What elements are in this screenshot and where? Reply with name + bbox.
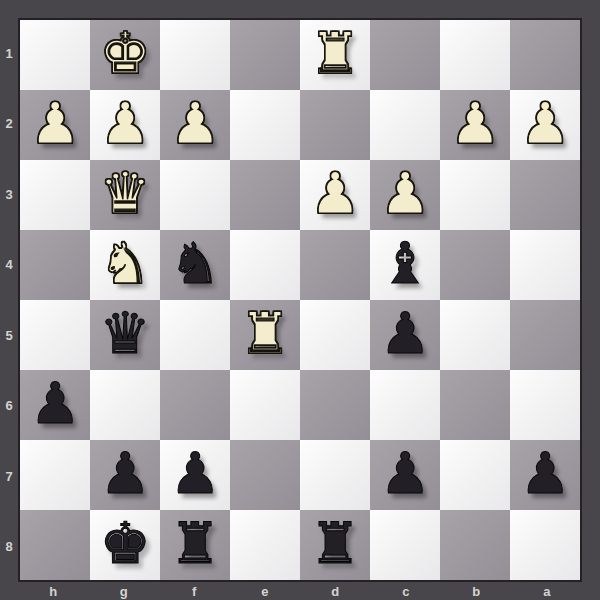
square-e2[interactable] <box>230 90 300 160</box>
square-d5[interactable] <box>300 300 370 370</box>
rank-label-3: 3 <box>0 159 18 230</box>
square-c8[interactable] <box>370 510 440 580</box>
rank-label-8: 8 <box>0 512 18 583</box>
square-h1[interactable] <box>20 20 90 90</box>
square-h5[interactable] <box>20 300 90 370</box>
square-g5[interactable]: ♛ <box>90 300 160 370</box>
square-a2[interactable]: ♟ <box>510 90 580 160</box>
white-pawn[interactable]: ♟ <box>519 95 570 152</box>
square-f3[interactable] <box>160 160 230 230</box>
square-d8[interactable]: ♜ <box>300 510 370 580</box>
square-d7[interactable] <box>300 440 370 510</box>
square-e7[interactable] <box>230 440 300 510</box>
square-g2[interactable]: ♟ <box>90 90 160 160</box>
file-label-g: g <box>89 582 160 600</box>
file-labels: hgfedcba <box>18 582 582 600</box>
black-queen[interactable]: ♛ <box>99 305 150 362</box>
square-h4[interactable] <box>20 230 90 300</box>
square-b6[interactable] <box>440 370 510 440</box>
square-c3[interactable]: ♟ <box>370 160 440 230</box>
square-c4[interactable]: ♝ <box>370 230 440 300</box>
square-c6[interactable] <box>370 370 440 440</box>
white-rook[interactable]: ♜ <box>309 25 360 82</box>
white-pawn[interactable]: ♟ <box>449 95 500 152</box>
rank-label-7: 7 <box>0 441 18 512</box>
rank-label-5: 5 <box>0 300 18 371</box>
white-rook[interactable]: ♜ <box>239 305 290 362</box>
square-a3[interactable] <box>510 160 580 230</box>
file-label-f: f <box>159 582 230 600</box>
file-label-b: b <box>441 582 512 600</box>
square-c7[interactable]: ♟ <box>370 440 440 510</box>
chess-board: ♚♜♟♟♟♟♟♛♟♟♞♞♝♛♜♟♟♟♟♟♟♚♜♜ <box>18 18 582 582</box>
square-f2[interactable]: ♟ <box>160 90 230 160</box>
square-a5[interactable] <box>510 300 580 370</box>
file-label-c: c <box>371 582 442 600</box>
square-a7[interactable]: ♟ <box>510 440 580 510</box>
white-queen[interactable]: ♛ <box>99 165 150 222</box>
rank-label-1: 1 <box>0 18 18 89</box>
square-d6[interactable] <box>300 370 370 440</box>
square-b2[interactable]: ♟ <box>440 90 510 160</box>
square-b4[interactable] <box>440 230 510 300</box>
square-f6[interactable] <box>160 370 230 440</box>
file-label-a: a <box>512 582 583 600</box>
square-f4[interactable]: ♞ <box>160 230 230 300</box>
square-b3[interactable] <box>440 160 510 230</box>
square-d2[interactable] <box>300 90 370 160</box>
square-g3[interactable]: ♛ <box>90 160 160 230</box>
square-h7[interactable] <box>20 440 90 510</box>
square-f8[interactable]: ♜ <box>160 510 230 580</box>
rank-labels: 12345678 <box>0 18 18 582</box>
black-rook[interactable]: ♜ <box>309 515 360 572</box>
square-b1[interactable] <box>440 20 510 90</box>
square-e5[interactable]: ♜ <box>230 300 300 370</box>
square-e1[interactable] <box>230 20 300 90</box>
black-knight[interactable]: ♞ <box>169 235 220 292</box>
white-pawn[interactable]: ♟ <box>379 165 430 222</box>
chess-board-frame: 12345678 ♚♜♟♟♟♟♟♛♟♟♞♞♝♛♜♟♟♟♟♟♟♚♜♜ hgfedc… <box>0 0 600 600</box>
square-a4[interactable] <box>510 230 580 300</box>
white-pawn[interactable]: ♟ <box>169 95 220 152</box>
square-e3[interactable] <box>230 160 300 230</box>
file-label-d: d <box>300 582 371 600</box>
white-pawn[interactable]: ♟ <box>29 95 80 152</box>
black-pawn[interactable]: ♟ <box>379 445 430 502</box>
square-a1[interactable] <box>510 20 580 90</box>
square-c1[interactable] <box>370 20 440 90</box>
square-f7[interactable]: ♟ <box>160 440 230 510</box>
square-a6[interactable] <box>510 370 580 440</box>
white-knight[interactable]: ♞ <box>99 235 150 292</box>
black-rook[interactable]: ♜ <box>169 515 220 572</box>
black-king[interactable]: ♚ <box>99 515 150 572</box>
black-pawn[interactable]: ♟ <box>99 445 150 502</box>
square-b8[interactable] <box>440 510 510 580</box>
file-label-e: e <box>230 582 301 600</box>
black-pawn[interactable]: ♟ <box>169 445 220 502</box>
white-pawn[interactable]: ♟ <box>99 95 150 152</box>
square-b7[interactable] <box>440 440 510 510</box>
rank-label-4: 4 <box>0 230 18 301</box>
square-d3[interactable]: ♟ <box>300 160 370 230</box>
file-label-h: h <box>18 582 89 600</box>
square-h2[interactable]: ♟ <box>20 90 90 160</box>
square-d4[interactable] <box>300 230 370 300</box>
square-b5[interactable] <box>440 300 510 370</box>
square-c5[interactable]: ♟ <box>370 300 440 370</box>
square-f1[interactable] <box>160 20 230 90</box>
square-h6[interactable]: ♟ <box>20 370 90 440</box>
square-g4[interactable]: ♞ <box>90 230 160 300</box>
black-pawn[interactable]: ♟ <box>519 445 570 502</box>
square-a8[interactable] <box>510 510 580 580</box>
square-c2[interactable] <box>370 90 440 160</box>
square-e8[interactable] <box>230 510 300 580</box>
black-bishop[interactable]: ♝ <box>379 235 430 292</box>
square-h3[interactable] <box>20 160 90 230</box>
square-f5[interactable] <box>160 300 230 370</box>
square-g7[interactable]: ♟ <box>90 440 160 510</box>
square-e6[interactable] <box>230 370 300 440</box>
square-g1[interactable]: ♚ <box>90 20 160 90</box>
rank-label-2: 2 <box>0 89 18 160</box>
square-h8[interactable] <box>20 510 90 580</box>
square-g8[interactable]: ♚ <box>90 510 160 580</box>
black-pawn[interactable]: ♟ <box>379 305 430 362</box>
square-e4[interactable] <box>230 230 300 300</box>
rank-label-6: 6 <box>0 371 18 442</box>
black-pawn[interactable]: ♟ <box>29 375 80 432</box>
square-d1[interactable]: ♜ <box>300 20 370 90</box>
white-king[interactable]: ♚ <box>99 25 150 82</box>
square-g6[interactable] <box>90 370 160 440</box>
white-pawn[interactable]: ♟ <box>309 165 360 222</box>
